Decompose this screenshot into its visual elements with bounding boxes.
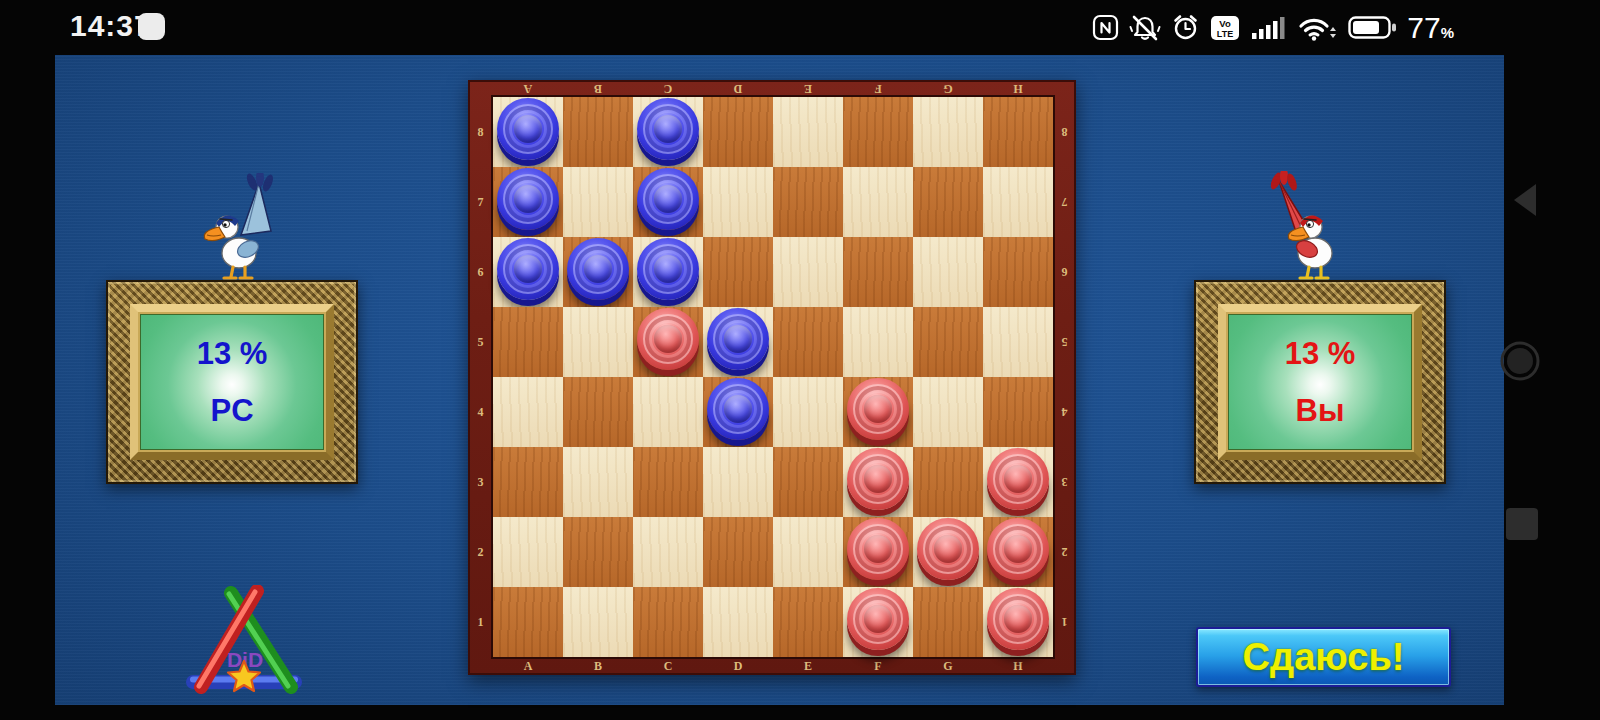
player-bird-mascot <box>1263 171 1353 283</box>
status-bar: 14:37 Vo LTE <box>0 0 1600 55</box>
square-h4[interactable] <box>983 377 1053 447</box>
alarm-clock-icon <box>1171 13 1200 42</box>
square-e4[interactable] <box>773 377 843 447</box>
pc-score-screen: 13 % PC <box>140 314 324 450</box>
square-c1[interactable] <box>633 587 703 657</box>
piece-blue[interactable] <box>497 168 559 230</box>
player-label: Вы <box>1296 395 1345 426</box>
surrender-button[interactable]: Сдаюсь! <box>1196 627 1451 687</box>
piece-blue[interactable] <box>637 98 699 160</box>
player-frame-bevel: 13 % Вы <box>1218 304 1422 460</box>
square-g5[interactable] <box>913 307 983 377</box>
nav-home-icon[interactable] <box>1496 337 1544 385</box>
bell-muted-icon <box>1129 14 1161 42</box>
piece-red[interactable] <box>917 518 979 580</box>
square-c4[interactable] <box>633 377 703 447</box>
square-d4[interactable] <box>703 377 773 447</box>
square-c7[interactable] <box>633 167 703 237</box>
square-f7[interactable] <box>843 167 913 237</box>
square-b6[interactable] <box>563 237 633 307</box>
file-labels-top: ABCDEFGH <box>493 81 1053 96</box>
square-e8[interactable] <box>773 97 843 167</box>
square-c2[interactable] <box>633 517 703 587</box>
square-h2[interactable] <box>983 517 1053 587</box>
svg-text:Vo: Vo <box>1220 17 1232 28</box>
square-h5[interactable] <box>983 307 1053 377</box>
square-d8[interactable] <box>703 97 773 167</box>
square-b8[interactable] <box>563 97 633 167</box>
square-d2[interactable] <box>703 517 773 587</box>
wifi-icon <box>1297 14 1338 42</box>
square-g4[interactable] <box>913 377 983 447</box>
square-f4[interactable] <box>843 377 913 447</box>
player-progress: 13 % <box>1285 338 1356 369</box>
square-e2[interactable] <box>773 517 843 587</box>
checkers-board: ABCDEFGH ABCDEFGH 87654321 87654321 <box>468 80 1076 675</box>
nav-back-icon[interactable] <box>1504 178 1548 222</box>
square-g7[interactable] <box>913 167 983 237</box>
square-g6[interactable] <box>913 237 983 307</box>
square-c6[interactable] <box>633 237 703 307</box>
square-b2[interactable] <box>563 517 633 587</box>
square-e1[interactable] <box>773 587 843 657</box>
player-score-screen: 13 % Вы <box>1228 314 1412 450</box>
square-d1[interactable] <box>703 587 773 657</box>
rank-labels-left: 87654321 <box>468 97 493 657</box>
square-h6[interactable] <box>983 237 1053 307</box>
pc-score-frame: 13 % PC <box>106 280 358 484</box>
square-d6[interactable] <box>703 237 773 307</box>
square-a1[interactable] <box>493 587 563 657</box>
file-labels-bottom: ABCDEFGH <box>493 658 1053 674</box>
square-f3[interactable] <box>843 447 913 517</box>
piece-blue[interactable] <box>567 238 629 300</box>
notification-app-icon <box>138 13 165 40</box>
square-g3[interactable] <box>913 447 983 517</box>
rank-labels-right: 87654321 <box>1053 97 1076 657</box>
did-logo: DiD <box>177 585 327 703</box>
square-e3[interactable] <box>773 447 843 517</box>
pc-frame-bevel: 13 % PC <box>130 304 334 460</box>
pc-progress: 13 % <box>197 338 268 369</box>
piece-red[interactable] <box>847 518 909 580</box>
square-g2[interactable] <box>913 517 983 587</box>
piece-red[interactable] <box>637 308 699 370</box>
square-a4[interactable] <box>493 377 563 447</box>
pc-bird-mascot <box>197 173 283 283</box>
square-d7[interactable] <box>703 167 773 237</box>
square-b3[interactable] <box>563 447 633 517</box>
left-black-strip <box>0 55 55 720</box>
piece-red[interactable] <box>987 588 1049 650</box>
piece-blue[interactable] <box>637 168 699 230</box>
square-c8[interactable] <box>633 97 703 167</box>
square-e6[interactable] <box>773 237 843 307</box>
piece-red[interactable] <box>847 448 909 510</box>
square-a7[interactable] <box>493 167 563 237</box>
board-grid <box>493 97 1053 657</box>
square-f5[interactable] <box>843 307 913 377</box>
square-e5[interactable] <box>773 307 843 377</box>
nav-bar <box>1504 55 1600 720</box>
piece-red[interactable] <box>987 518 1049 580</box>
square-g1[interactable] <box>913 587 983 657</box>
square-f1[interactable] <box>843 587 913 657</box>
square-f8[interactable] <box>843 97 913 167</box>
bottom-black-strip <box>0 705 1600 720</box>
piece-red[interactable] <box>987 448 1049 510</box>
square-c5[interactable] <box>633 307 703 377</box>
square-g8[interactable] <box>913 97 983 167</box>
nav-recents-icon[interactable] <box>1502 504 1542 544</box>
square-b5[interactable] <box>563 307 633 377</box>
game-background: ABCDEFGH ABCDEFGH 87654321 87654321 13 %… <box>55 55 1504 705</box>
square-h3[interactable] <box>983 447 1053 517</box>
svg-text:LTE: LTE <box>1217 29 1233 39</box>
piece-blue[interactable] <box>497 238 559 300</box>
square-f2[interactable] <box>843 517 913 587</box>
square-h8[interactable] <box>983 97 1053 167</box>
square-d3[interactable] <box>703 447 773 517</box>
surrender-button-label: Сдаюсь! <box>1243 636 1405 679</box>
square-f6[interactable] <box>843 237 913 307</box>
piece-red[interactable] <box>847 378 909 440</box>
signal-bars-icon <box>1250 14 1287 41</box>
square-e7[interactable] <box>773 167 843 237</box>
square-a8[interactable] <box>493 97 563 167</box>
battery-percent: 77% <box>1407 11 1454 45</box>
piece-blue[interactable] <box>707 308 769 370</box>
status-icons: Vo LTE 77% <box>1092 0 1454 55</box>
nfc-icon <box>1092 14 1119 41</box>
square-d5[interactable] <box>703 307 773 377</box>
square-a6[interactable] <box>493 237 563 307</box>
android-screen: 14:37 Vo LTE <box>0 0 1600 720</box>
square-b4[interactable] <box>563 377 633 447</box>
volte-icon: Vo LTE <box>1210 14 1240 42</box>
square-c3[interactable] <box>633 447 703 517</box>
player-score-frame: 13 % Вы <box>1194 280 1446 484</box>
piece-blue[interactable] <box>637 238 699 300</box>
square-b7[interactable] <box>563 167 633 237</box>
pc-label: PC <box>210 395 253 426</box>
square-h7[interactable] <box>983 167 1053 237</box>
square-a2[interactable] <box>493 517 563 587</box>
square-b1[interactable] <box>563 587 633 657</box>
square-a5[interactable] <box>493 307 563 377</box>
piece-blue[interactable] <box>707 378 769 440</box>
square-h1[interactable] <box>983 587 1053 657</box>
piece-blue[interactable] <box>497 98 559 160</box>
battery-icon <box>1348 14 1397 41</box>
square-a3[interactable] <box>493 447 563 517</box>
piece-red[interactable] <box>847 588 909 650</box>
